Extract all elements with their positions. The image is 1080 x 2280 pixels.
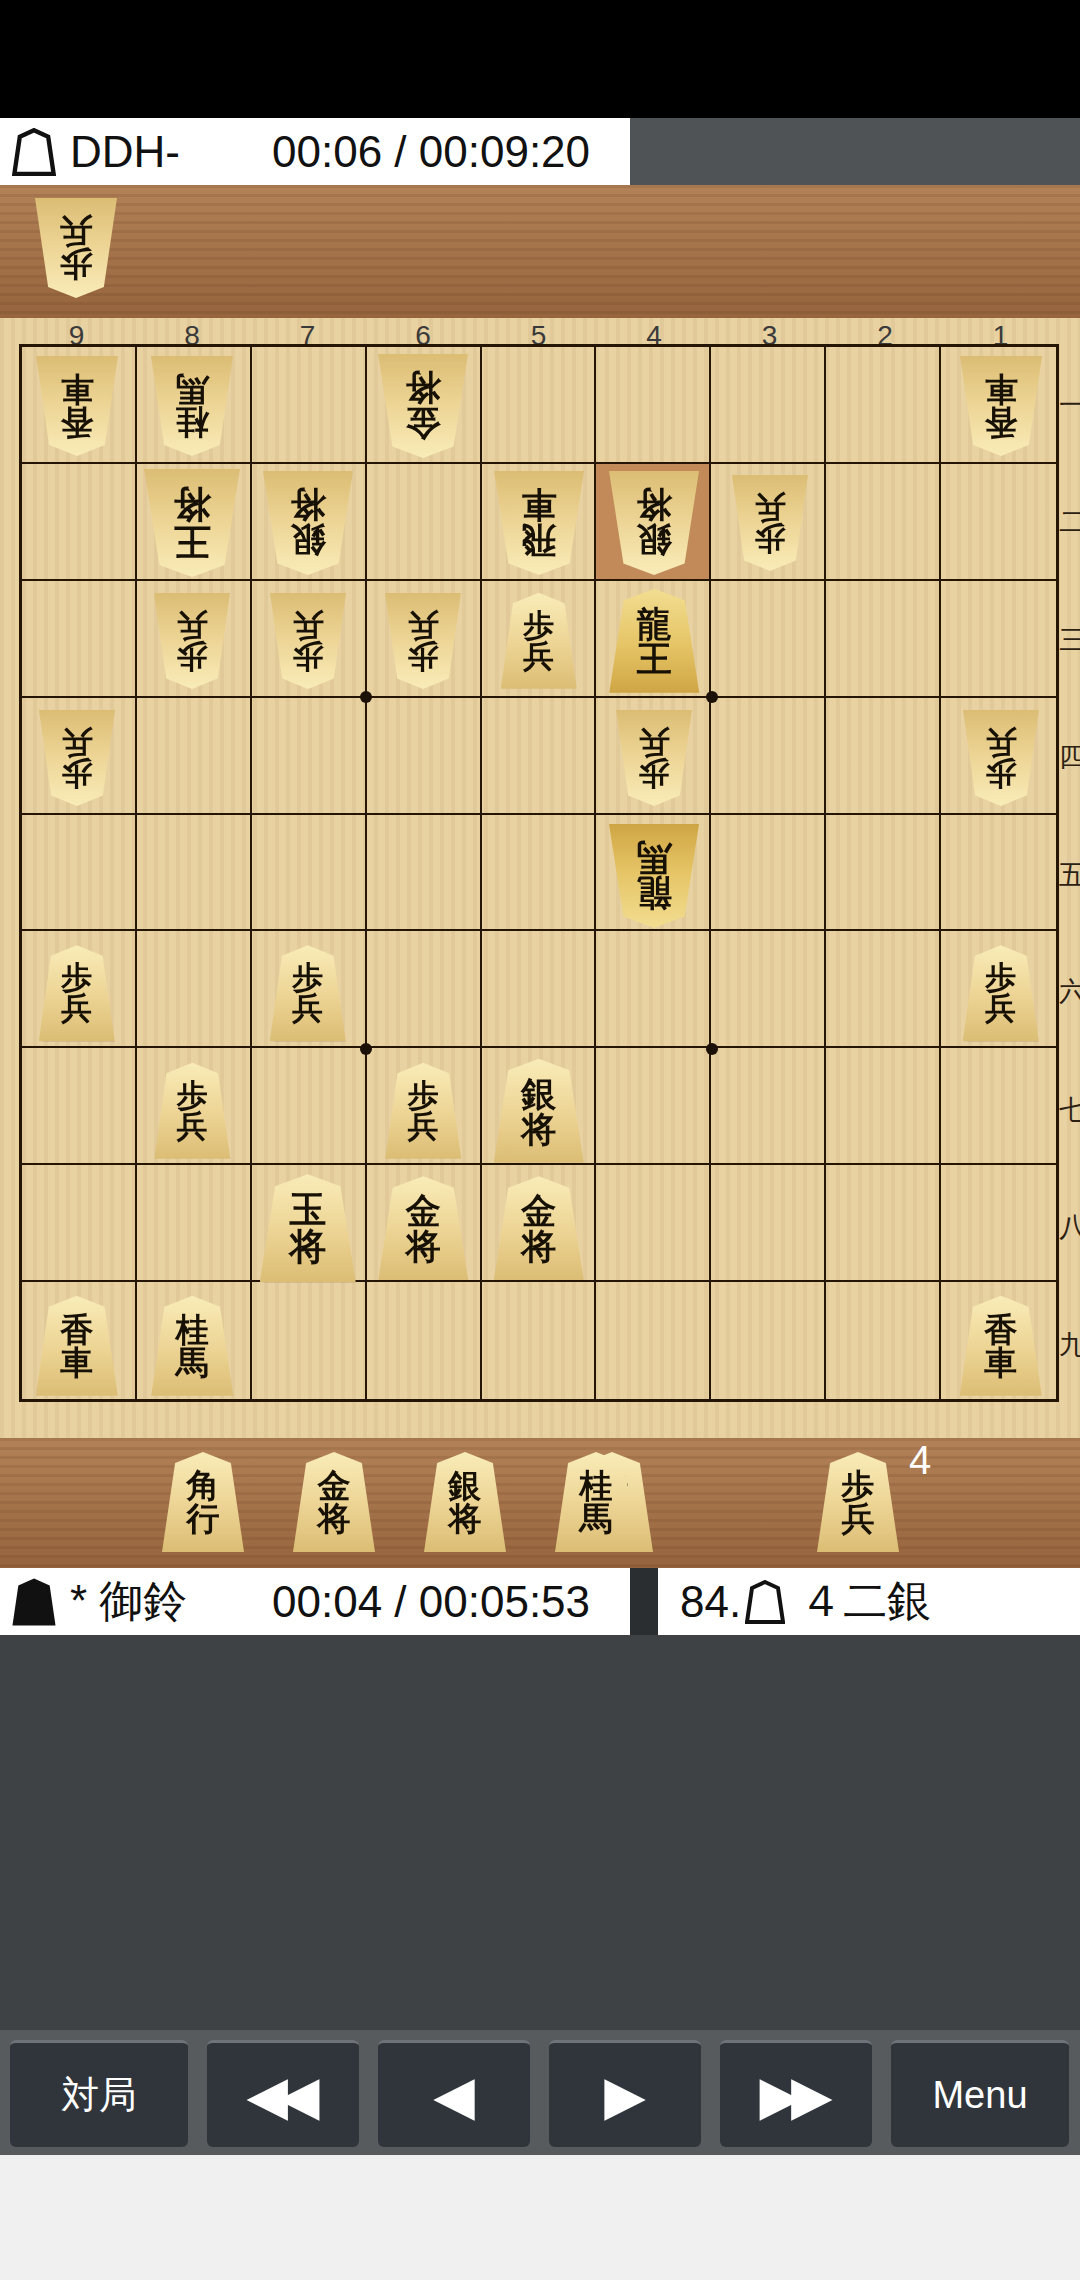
square-2-5[interactable]: [826, 815, 941, 932]
square-4-7[interactable]: [596, 1048, 711, 1165]
shogi-app-screen: DDH- 00:06 / 00:09:20 987654321 一二三四五六七八…: [0, 0, 1080, 2280]
square-2-6[interactable]: [826, 931, 941, 1048]
square-2-2[interactable]: [826, 464, 941, 581]
square-2-4[interactable]: [826, 698, 941, 815]
square-6-2[interactable]: [367, 464, 482, 581]
square-8-8[interactable]: [137, 1165, 252, 1282]
square-9-2[interactable]: [22, 464, 137, 581]
square-6-9[interactable]: [367, 1282, 482, 1399]
sente-clock: 00:04 / 00:05:53: [272, 1577, 590, 1627]
gote-player-bar: DDH- 00:06 / 00:09:20: [0, 118, 630, 185]
rank-label-1: 一: [1059, 387, 1080, 423]
square-6-6[interactable]: [367, 931, 482, 1048]
square-7-1[interactable]: [252, 347, 367, 464]
square-3-1[interactable]: [711, 347, 826, 464]
square-2-1[interactable]: [826, 347, 941, 464]
square-2-7[interactable]: [826, 1048, 941, 1165]
square-9-7[interactable]: [22, 1048, 137, 1165]
square-3-5[interactable]: [711, 815, 826, 932]
rank-coordinate-labels: 一二三四五六七八九: [1059, 344, 1080, 1402]
empty-panel: [0, 1635, 1080, 2030]
taikyoku-button[interactable]: 対局: [10, 2040, 188, 2147]
square-7-5[interactable]: [252, 815, 367, 932]
square-2-8[interactable]: [826, 1165, 941, 1282]
star-point: [360, 1043, 372, 1055]
square-5-4[interactable]: [482, 698, 597, 815]
square-3-3[interactable]: [711, 581, 826, 698]
step-back-button[interactable]: ◀: [378, 2040, 530, 2147]
step-forward-button[interactable]: ▶: [549, 2040, 701, 2147]
top-bar-right-panel: [630, 118, 1080, 185]
square-1-8[interactable]: [941, 1165, 1056, 1282]
square-1-5[interactable]: [941, 815, 1056, 932]
rank-label-9: 九: [1059, 1327, 1080, 1363]
square-2-3[interactable]: [826, 581, 941, 698]
android-status-bar: [0, 0, 1080, 118]
square-8-5[interactable]: [137, 815, 252, 932]
gote-move-piece-icon: [745, 1580, 785, 1624]
rank-label-4: 四: [1059, 739, 1080, 775]
last-move-text: ４二銀: [799, 1572, 931, 1631]
gote-clock: 00:06 / 00:09:20: [272, 127, 590, 177]
rank-label-3: 三: [1059, 622, 1080, 658]
square-4-6[interactable]: [596, 931, 711, 1048]
gote-hand-tray: [0, 185, 1080, 318]
square-3-8[interactable]: [711, 1165, 826, 1282]
square-3-9[interactable]: [711, 1282, 826, 1399]
square-8-6[interactable]: [137, 931, 252, 1048]
sente-player-bar: * 御鈴 00:04 / 00:05:53: [0, 1568, 630, 1635]
star-point: [360, 691, 372, 703]
square-3-6[interactable]: [711, 931, 826, 1048]
menu-button[interactable]: Menu: [891, 2040, 1069, 2147]
square-4-8[interactable]: [596, 1165, 711, 1282]
square-5-9[interactable]: [482, 1282, 597, 1399]
rank-label-7: 七: [1059, 1092, 1080, 1128]
square-3-4[interactable]: [711, 698, 826, 815]
square-4-1[interactable]: [596, 347, 711, 464]
square-6-5[interactable]: [367, 815, 482, 932]
sente-player-name: * 御鈴: [70, 1572, 187, 1631]
square-8-4[interactable]: [137, 698, 252, 815]
move-info-bar: 84. ４二銀: [658, 1568, 1080, 1635]
square-7-4[interactable]: [252, 698, 367, 815]
square-1-7[interactable]: [941, 1048, 1056, 1165]
square-2-9[interactable]: [826, 1282, 941, 1399]
square-7-7[interactable]: [252, 1048, 367, 1165]
square-7-9[interactable]: [252, 1282, 367, 1399]
square-4-9[interactable]: [596, 1282, 711, 1399]
star-point: [706, 691, 718, 703]
square-1-3[interactable]: [941, 581, 1056, 698]
bottom-bar-divider: [630, 1568, 658, 1635]
file-coordinate-labels: 987654321: [19, 320, 1059, 346]
rank-label-5: 五: [1059, 857, 1080, 893]
square-1-2[interactable]: [941, 464, 1056, 581]
navigation-controls: 対局◀◀◀▶▶▶Menu: [0, 2030, 1080, 2155]
square-5-1[interactable]: [482, 347, 597, 464]
fast-rewind-button[interactable]: ◀◀: [207, 2040, 359, 2147]
square-6-4[interactable]: [367, 698, 482, 815]
rank-label-8: 八: [1059, 1209, 1080, 1245]
square-5-6[interactable]: [482, 931, 597, 1048]
rank-label-6: 六: [1059, 974, 1080, 1010]
rank-label-2: 二: [1059, 504, 1080, 540]
square-5-5[interactable]: [482, 815, 597, 932]
hand-count-歩兵: 4: [909, 1438, 931, 1483]
fast-forward-button[interactable]: ▶▶: [720, 2040, 872, 2147]
square-9-3[interactable]: [22, 581, 137, 698]
bottom-background-strip: [0, 2155, 1080, 2280]
square-3-7[interactable]: [711, 1048, 826, 1165]
sente-piece-icon: [12, 1578, 56, 1626]
square-9-8[interactable]: [22, 1165, 137, 1282]
gote-player-name: DDH-: [70, 127, 180, 177]
gote-piece-icon: [12, 128, 56, 176]
star-point: [706, 1043, 718, 1055]
square-9-5[interactable]: [22, 815, 137, 932]
move-number: 84.: [680, 1577, 741, 1627]
